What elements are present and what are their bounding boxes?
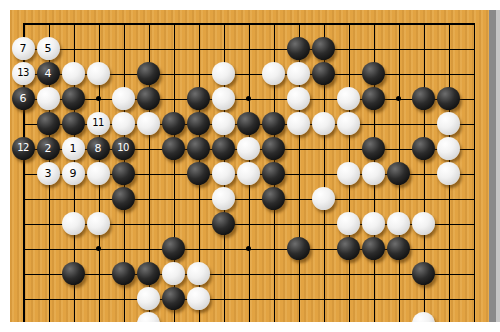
go-board[interactable]: 75134611122181039 — [10, 10, 489, 322]
intersection[interactable] — [361, 86, 386, 111]
white-stone: 9 — [62, 162, 85, 185]
intersection[interactable] — [461, 211, 486, 236]
intersection[interactable] — [461, 311, 486, 323]
intersection[interactable] — [186, 186, 211, 211]
intersection[interactable] — [311, 286, 336, 311]
intersection[interactable] — [111, 86, 136, 111]
intersection[interactable] — [136, 186, 161, 211]
intersection[interactable] — [436, 86, 461, 111]
intersection[interactable] — [111, 311, 136, 323]
intersection[interactable] — [186, 236, 211, 261]
intersection[interactable] — [61, 111, 86, 136]
intersection[interactable] — [211, 136, 236, 161]
intersection[interactable] — [261, 11, 286, 36]
white-stone — [387, 212, 410, 235]
intersection[interactable] — [386, 36, 411, 61]
intersection[interactable] — [186, 261, 211, 286]
intersection[interactable] — [86, 11, 111, 36]
stone-grid: 75134611122181039 — [11, 11, 486, 323]
intersection[interactable] — [236, 11, 261, 36]
intersection[interactable] — [261, 86, 286, 111]
intersection[interactable] — [11, 11, 36, 36]
black-stone — [162, 137, 185, 160]
intersection[interactable] — [361, 186, 386, 211]
intersection[interactable] — [61, 11, 86, 36]
intersection[interactable] — [11, 211, 36, 236]
intersection[interactable] — [236, 136, 261, 161]
intersection[interactable] — [36, 11, 61, 36]
intersection[interactable] — [436, 236, 461, 261]
intersection[interactable] — [11, 236, 36, 261]
intersection[interactable] — [136, 61, 161, 86]
black-stone — [387, 162, 410, 185]
intersection[interactable] — [261, 286, 286, 311]
intersection[interactable] — [161, 86, 186, 111]
intersection[interactable] — [336, 211, 361, 236]
intersection[interactable] — [436, 211, 461, 236]
intersection[interactable] — [111, 11, 136, 36]
black-stone: 8 — [87, 137, 110, 160]
intersection[interactable] — [336, 86, 361, 111]
black-stone — [137, 87, 160, 110]
intersection[interactable] — [461, 61, 486, 86]
intersection[interactable] — [461, 286, 486, 311]
move-number-label: 8 — [95, 143, 102, 154]
intersection[interactable] — [361, 211, 386, 236]
intersection[interactable] — [286, 136, 311, 161]
intersection[interactable] — [136, 86, 161, 111]
intersection[interactable] — [211, 36, 236, 61]
intersection[interactable] — [311, 11, 336, 36]
intersection[interactable] — [186, 86, 211, 111]
intersection[interactable] — [186, 11, 211, 36]
intersection[interactable] — [236, 36, 261, 61]
intersection[interactable] — [311, 61, 336, 86]
intersection[interactable] — [236, 186, 261, 211]
intersection[interactable] — [236, 261, 261, 286]
intersection[interactable] — [336, 186, 361, 211]
intersection[interactable] — [111, 36, 136, 61]
intersection[interactable] — [286, 11, 311, 36]
intersection[interactable] — [261, 136, 286, 161]
intersection[interactable] — [286, 111, 311, 136]
intersection[interactable] — [311, 236, 336, 261]
intersection[interactable] — [386, 311, 411, 323]
intersection[interactable] — [311, 111, 336, 136]
intersection[interactable] — [61, 61, 86, 86]
intersection[interactable] — [161, 286, 186, 311]
intersection[interactable] — [86, 61, 111, 86]
intersection[interactable] — [86, 311, 111, 323]
intersection[interactable] — [186, 61, 211, 86]
intersection[interactable] — [236, 111, 261, 136]
black-stone — [262, 187, 285, 210]
intersection[interactable] — [386, 86, 411, 111]
intersection[interactable] — [386, 211, 411, 236]
move-number-label: 6 — [20, 93, 27, 104]
intersection[interactable] — [111, 286, 136, 311]
intersection[interactable] — [36, 111, 61, 136]
intersection[interactable] — [336, 36, 361, 61]
intersection[interactable] — [411, 211, 436, 236]
black-stone — [237, 112, 260, 135]
intersection[interactable] — [36, 236, 61, 261]
intersection[interactable] — [86, 161, 111, 186]
intersection[interactable] — [386, 136, 411, 161]
intersection[interactable] — [136, 161, 161, 186]
intersection[interactable] — [61, 36, 86, 61]
intersection[interactable] — [161, 186, 186, 211]
intersection[interactable] — [261, 186, 286, 211]
white-stone: 13 — [12, 62, 35, 85]
intersection[interactable] — [311, 86, 336, 111]
intersection[interactable] — [11, 286, 36, 311]
intersection[interactable] — [361, 36, 386, 61]
black-stone: 6 — [12, 87, 35, 110]
black-stone — [387, 237, 410, 260]
intersection[interactable] — [86, 236, 111, 261]
intersection[interactable]: 6 — [11, 86, 36, 111]
move-number-label: 5 — [45, 43, 52, 54]
intersection[interactable] — [336, 161, 361, 186]
intersection[interactable] — [411, 261, 436, 286]
intersection[interactable] — [186, 211, 211, 236]
intersection[interactable] — [311, 36, 336, 61]
intersection[interactable] — [236, 211, 261, 236]
intersection[interactable] — [261, 211, 286, 236]
intersection[interactable] — [211, 111, 236, 136]
intersection[interactable] — [236, 311, 261, 323]
black-stone: 2 — [37, 137, 60, 160]
intersection[interactable] — [61, 261, 86, 286]
intersection[interactable]: 3 — [36, 161, 61, 186]
black-stone — [362, 87, 385, 110]
intersection[interactable] — [411, 236, 436, 261]
intersection[interactable] — [36, 311, 61, 323]
intersection[interactable] — [461, 36, 486, 61]
intersection[interactable] — [211, 61, 236, 86]
intersection[interactable] — [311, 261, 336, 286]
intersection[interactable] — [261, 111, 286, 136]
intersection[interactable] — [161, 261, 186, 286]
black-stone — [187, 137, 210, 160]
intersection[interactable] — [111, 236, 136, 261]
intersection[interactable]: 1 — [61, 136, 86, 161]
white-stone — [312, 112, 335, 135]
intersection[interactable] — [436, 111, 461, 136]
intersection[interactable] — [186, 161, 211, 186]
intersection[interactable] — [36, 261, 61, 286]
move-number-label: 10 — [117, 143, 129, 153]
intersection[interactable] — [211, 236, 236, 261]
intersection[interactable] — [336, 311, 361, 323]
move-number-label: 13 — [17, 68, 29, 78]
intersection[interactable] — [286, 311, 311, 323]
intersection[interactable] — [336, 261, 361, 286]
black-stone — [337, 237, 360, 260]
intersection[interactable] — [161, 311, 186, 323]
intersection[interactable] — [261, 261, 286, 286]
intersection[interactable] — [386, 186, 411, 211]
intersection[interactable] — [36, 286, 61, 311]
intersection[interactable] — [436, 61, 461, 86]
intersection[interactable] — [211, 161, 236, 186]
black-stone — [312, 62, 335, 85]
intersection[interactable] — [261, 236, 286, 261]
intersection[interactable] — [411, 86, 436, 111]
intersection[interactable] — [311, 311, 336, 323]
intersection[interactable] — [261, 61, 286, 86]
black-stone — [62, 87, 85, 110]
white-stone — [37, 87, 60, 110]
intersection[interactable] — [436, 36, 461, 61]
intersection[interactable] — [361, 111, 386, 136]
white-stone — [137, 112, 160, 135]
white-stone — [337, 212, 360, 235]
intersection[interactable] — [411, 36, 436, 61]
intersection[interactable] — [386, 286, 411, 311]
intersection[interactable] — [461, 236, 486, 261]
intersection[interactable] — [386, 261, 411, 286]
intersection[interactable] — [361, 311, 386, 323]
intersection[interactable] — [236, 236, 261, 261]
intersection[interactable] — [436, 161, 461, 186]
intersection[interactable] — [436, 136, 461, 161]
intersection[interactable] — [36, 86, 61, 111]
move-number-label: 2 — [45, 143, 52, 154]
intersection[interactable]: 8 — [86, 136, 111, 161]
intersection[interactable] — [211, 286, 236, 311]
intersection[interactable]: 11 — [86, 111, 111, 136]
intersection[interactable] — [136, 36, 161, 61]
intersection[interactable] — [161, 111, 186, 136]
intersection[interactable] — [11, 111, 36, 136]
intersection[interactable] — [286, 86, 311, 111]
intersection[interactable] — [111, 186, 136, 211]
intersection[interactable] — [211, 261, 236, 286]
intersection[interactable]: 7 — [11, 36, 36, 61]
intersection[interactable] — [386, 61, 411, 86]
intersection[interactable] — [461, 161, 486, 186]
white-stone — [437, 162, 460, 185]
intersection[interactable] — [286, 261, 311, 286]
intersection[interactable] — [286, 211, 311, 236]
intersection[interactable] — [436, 11, 461, 36]
black-stone — [287, 37, 310, 60]
intersection[interactable] — [336, 236, 361, 261]
intersection[interactable] — [286, 186, 311, 211]
white-stone — [212, 187, 235, 210]
intersection[interactable] — [186, 136, 211, 161]
intersection[interactable] — [86, 261, 111, 286]
intersection[interactable] — [411, 61, 436, 86]
intersection[interactable] — [386, 111, 411, 136]
intersection[interactable] — [411, 286, 436, 311]
intersection[interactable] — [136, 311, 161, 323]
white-stone — [62, 212, 85, 235]
intersection[interactable] — [461, 11, 486, 36]
intersection[interactable] — [336, 11, 361, 36]
intersection[interactable] — [36, 211, 61, 236]
intersection[interactable] — [361, 261, 386, 286]
intersection[interactable] — [136, 236, 161, 261]
black-stone — [162, 237, 185, 260]
intersection[interactable] — [461, 111, 486, 136]
black-stone — [62, 112, 85, 135]
intersection[interactable] — [361, 136, 386, 161]
intersection[interactable] — [211, 11, 236, 36]
intersection[interactable] — [336, 136, 361, 161]
black-stone — [162, 112, 185, 135]
intersection[interactable] — [11, 311, 36, 323]
intersection[interactable] — [211, 186, 236, 211]
intersection[interactable] — [361, 61, 386, 86]
white-stone — [237, 137, 260, 160]
move-number-label: 7 — [20, 43, 27, 54]
intersection[interactable] — [411, 111, 436, 136]
intersection[interactable] — [86, 286, 111, 311]
intersection[interactable]: 13 — [11, 61, 36, 86]
intersection[interactable] — [136, 211, 161, 236]
intersection[interactable] — [111, 161, 136, 186]
intersection[interactable] — [136, 286, 161, 311]
intersection[interactable]: 2 — [36, 136, 61, 161]
intersection[interactable] — [286, 236, 311, 261]
intersection[interactable] — [111, 211, 136, 236]
intersection[interactable] — [161, 236, 186, 261]
intersection[interactable] — [261, 36, 286, 61]
intersection[interactable]: 4 — [36, 61, 61, 86]
intersection[interactable] — [236, 161, 261, 186]
intersection[interactable] — [461, 136, 486, 161]
intersection[interactable] — [411, 11, 436, 36]
intersection[interactable] — [236, 286, 261, 311]
intersection[interactable] — [111, 261, 136, 286]
intersection[interactable] — [161, 11, 186, 36]
intersection[interactable] — [186, 311, 211, 323]
intersection[interactable] — [411, 136, 436, 161]
intersection[interactable] — [11, 186, 36, 211]
intersection[interactable] — [86, 211, 111, 236]
intersection[interactable] — [361, 161, 386, 186]
intersection[interactable] — [286, 286, 311, 311]
black-stone — [112, 162, 135, 185]
intersection[interactable] — [186, 111, 211, 136]
intersection[interactable] — [61, 86, 86, 111]
intersection[interactable] — [111, 111, 136, 136]
intersection[interactable] — [411, 161, 436, 186]
white-stone — [337, 162, 360, 185]
move-number-label: 4 — [45, 68, 52, 79]
intersection[interactable] — [161, 161, 186, 186]
intersection[interactable]: 10 — [111, 136, 136, 161]
white-stone: 3 — [37, 162, 60, 185]
black-stone — [112, 187, 135, 210]
intersection[interactable] — [411, 311, 436, 323]
white-stone — [62, 62, 85, 85]
intersection[interactable] — [136, 261, 161, 286]
intersection[interactable] — [236, 61, 261, 86]
intersection[interactable] — [286, 36, 311, 61]
intersection[interactable] — [111, 61, 136, 86]
intersection[interactable] — [211, 311, 236, 323]
intersection[interactable] — [361, 286, 386, 311]
intersection[interactable] — [461, 186, 486, 211]
intersection[interactable] — [161, 61, 186, 86]
intersection[interactable] — [86, 36, 111, 61]
intersection[interactable] — [161, 211, 186, 236]
intersection[interactable] — [36, 186, 61, 211]
white-stone — [437, 137, 460, 160]
intersection[interactable] — [161, 136, 186, 161]
intersection[interactable] — [11, 261, 36, 286]
intersection[interactable] — [136, 111, 161, 136]
intersection[interactable] — [436, 186, 461, 211]
intersection[interactable]: 12 — [11, 136, 36, 161]
intersection[interactable] — [311, 186, 336, 211]
black-stone — [412, 262, 435, 285]
intersection[interactable] — [311, 211, 336, 236]
intersection[interactable] — [86, 86, 111, 111]
intersection[interactable] — [311, 136, 336, 161]
intersection[interactable] — [261, 311, 286, 323]
intersection[interactable] — [286, 161, 311, 186]
intersection[interactable] — [61, 286, 86, 311]
intersection[interactable] — [61, 211, 86, 236]
intersection[interactable] — [136, 136, 161, 161]
intersection[interactable] — [136, 11, 161, 36]
intersection[interactable] — [336, 111, 361, 136]
intersection[interactable]: 9 — [61, 161, 86, 186]
intersection[interactable] — [336, 286, 361, 311]
black-stone — [362, 137, 385, 160]
intersection[interactable] — [286, 61, 311, 86]
intersection[interactable] — [61, 311, 86, 323]
intersection[interactable] — [11, 161, 36, 186]
intersection[interactable] — [311, 161, 336, 186]
intersection[interactable] — [411, 186, 436, 211]
intersection[interactable] — [261, 161, 286, 186]
intersection[interactable] — [86, 186, 111, 211]
intersection[interactable] — [461, 86, 486, 111]
black-stone — [137, 262, 160, 285]
intersection[interactable] — [186, 36, 211, 61]
white-stone — [312, 187, 335, 210]
black-stone — [62, 262, 85, 285]
intersection[interactable] — [436, 286, 461, 311]
intersection[interactable] — [161, 36, 186, 61]
white-stone — [237, 162, 260, 185]
intersection[interactable] — [361, 236, 386, 261]
intersection[interactable] — [236, 86, 261, 111]
intersection[interactable] — [386, 236, 411, 261]
black-stone — [212, 212, 235, 235]
intersection[interactable] — [461, 261, 486, 286]
intersection[interactable] — [386, 161, 411, 186]
intersection[interactable] — [436, 261, 461, 286]
intersection[interactable] — [336, 61, 361, 86]
intersection[interactable] — [211, 86, 236, 111]
intersection[interactable]: 5 — [36, 36, 61, 61]
intersection[interactable] — [61, 236, 86, 261]
intersection[interactable] — [361, 11, 386, 36]
intersection[interactable] — [386, 11, 411, 36]
intersection[interactable] — [186, 286, 211, 311]
intersection[interactable] — [436, 311, 461, 323]
intersection[interactable] — [61, 186, 86, 211]
white-stone — [337, 87, 360, 110]
intersection[interactable] — [211, 211, 236, 236]
